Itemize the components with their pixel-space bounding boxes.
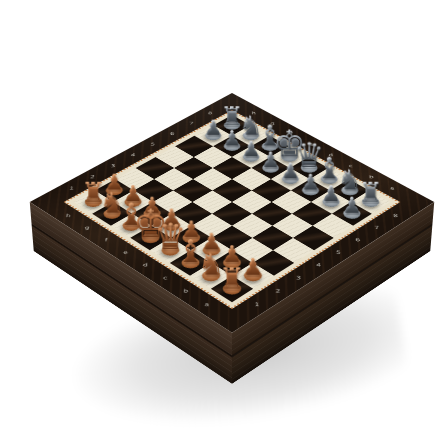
piece-black-pawn-c7[interactable]: ♟ (301, 172, 321, 194)
board-top: hgfedcba hgfedcba 87654321 87654321 ♜♞♝♚… (30, 93, 434, 333)
piece-black-pawn-g7[interactable]: ♟ (223, 128, 242, 149)
piece-black-pawn-d7[interactable]: ♟ (281, 161, 300, 183)
chess-box: hgfedcba hgfedcba 87654321 87654321 ♜♞♝♚… (30, 93, 434, 333)
scene-3d: hgfedcba hgfedcba 87654321 87654321 ♜♞♝♚… (0, 0, 448, 448)
piece-white-rook-a1[interactable]: ♜ (219, 264, 245, 293)
piece-black-pawn-f7[interactable]: ♟ (242, 139, 261, 160)
piece-black-rook-a8[interactable]: ♜ (358, 179, 382, 206)
square-a1[interactable]: ♜ (211, 276, 253, 302)
square-d4[interactable] (212, 202, 252, 226)
piece-white-pawn-a2[interactable]: ♟ (242, 256, 263, 279)
product-photo-stage: hgfedcba hgfedcba 87654321 87654321 ♜♞♝♚… (0, 0, 448, 448)
piece-black-pawn-a7[interactable]: ♟ (342, 195, 362, 217)
piece-black-pawn-h7[interactable]: ♟ (204, 118, 223, 139)
piece-black-pawn-b7[interactable]: ♟ (321, 183, 341, 205)
piece-black-pawn-e7[interactable]: ♟ (261, 150, 280, 171)
